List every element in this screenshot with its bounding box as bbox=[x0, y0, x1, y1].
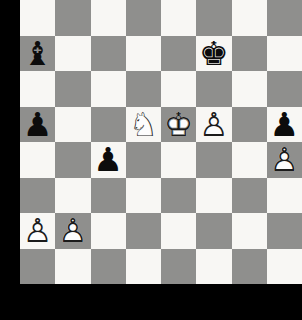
square-f4[interactable] bbox=[196, 142, 231, 178]
white-pawn-outline: ♙ bbox=[55, 213, 90, 249]
square-h5[interactable]: ♟ bbox=[267, 107, 302, 143]
square-b1[interactable] bbox=[55, 249, 90, 285]
square-h2[interactable] bbox=[267, 213, 302, 249]
square-c7[interactable] bbox=[91, 36, 126, 72]
square-e1[interactable] bbox=[161, 249, 196, 285]
square-d2[interactable] bbox=[126, 213, 161, 249]
square-g8[interactable] bbox=[232, 0, 267, 36]
black-pawn-glyph: ♟ bbox=[20, 107, 55, 143]
square-e5[interactable]: ♚♔ bbox=[161, 107, 196, 143]
square-g4[interactable] bbox=[232, 142, 267, 178]
square-d6[interactable] bbox=[126, 71, 161, 107]
square-g3[interactable] bbox=[232, 178, 267, 214]
square-h4[interactable]: ♟♙ bbox=[267, 142, 302, 178]
square-c4[interactable]: ♟ bbox=[91, 142, 126, 178]
square-e6[interactable] bbox=[161, 71, 196, 107]
square-a1[interactable] bbox=[20, 249, 55, 285]
square-e8[interactable] bbox=[161, 0, 196, 36]
square-f2[interactable] bbox=[196, 213, 231, 249]
square-f6[interactable] bbox=[196, 71, 231, 107]
white-knight: ♞♘ bbox=[126, 107, 161, 143]
square-e2[interactable] bbox=[161, 213, 196, 249]
square-f1[interactable] bbox=[196, 249, 231, 285]
white-king: ♚♔ bbox=[161, 107, 196, 143]
white-pawn-outline: ♙ bbox=[267, 142, 302, 178]
square-b7[interactable] bbox=[55, 36, 90, 72]
square-g7[interactable] bbox=[232, 36, 267, 72]
square-b8[interactable] bbox=[55, 0, 90, 36]
black-pawn: ♟ bbox=[91, 142, 126, 178]
square-h1[interactable] bbox=[267, 249, 302, 285]
square-g6[interactable] bbox=[232, 71, 267, 107]
page-background: ♝♚♟♞♘♚♔♟♙♟♟♟♙♟♙♟♙ bbox=[0, 0, 302, 320]
square-c3[interactable] bbox=[91, 178, 126, 214]
square-d4[interactable] bbox=[126, 142, 161, 178]
chess-board: ♝♚♟♞♘♚♔♟♙♟♟♟♙♟♙♟♙ bbox=[20, 0, 302, 284]
square-e7[interactable] bbox=[161, 36, 196, 72]
black-king-glyph: ♚ bbox=[196, 36, 231, 72]
square-d8[interactable] bbox=[126, 0, 161, 36]
white-knight-outline: ♘ bbox=[126, 107, 161, 143]
black-bishop-glyph: ♝ bbox=[20, 36, 55, 72]
square-a6[interactable] bbox=[20, 71, 55, 107]
square-b5[interactable] bbox=[55, 107, 90, 143]
white-pawn: ♟♙ bbox=[55, 213, 90, 249]
black-king: ♚ bbox=[196, 36, 231, 72]
square-g5[interactable] bbox=[232, 107, 267, 143]
square-d7[interactable] bbox=[126, 36, 161, 72]
square-g1[interactable] bbox=[232, 249, 267, 285]
square-h7[interactable] bbox=[267, 36, 302, 72]
square-d1[interactable] bbox=[126, 249, 161, 285]
square-e3[interactable] bbox=[161, 178, 196, 214]
square-f8[interactable] bbox=[196, 0, 231, 36]
square-h6[interactable] bbox=[267, 71, 302, 107]
black-pawn: ♟ bbox=[20, 107, 55, 143]
square-c5[interactable] bbox=[91, 107, 126, 143]
square-d5[interactable]: ♞♘ bbox=[126, 107, 161, 143]
square-d3[interactable] bbox=[126, 178, 161, 214]
black-bishop: ♝ bbox=[20, 36, 55, 72]
black-pawn: ♟ bbox=[267, 107, 302, 143]
square-a4[interactable] bbox=[20, 142, 55, 178]
square-c1[interactable] bbox=[91, 249, 126, 285]
white-pawn: ♟♙ bbox=[267, 142, 302, 178]
black-pawn-glyph: ♟ bbox=[267, 107, 302, 143]
square-c8[interactable] bbox=[91, 0, 126, 36]
white-pawn: ♟♙ bbox=[196, 107, 231, 143]
square-b6[interactable] bbox=[55, 71, 90, 107]
square-a2[interactable]: ♟♙ bbox=[20, 213, 55, 249]
square-c2[interactable] bbox=[91, 213, 126, 249]
white-king-outline: ♔ bbox=[161, 107, 196, 143]
square-a3[interactable] bbox=[20, 178, 55, 214]
square-f3[interactable] bbox=[196, 178, 231, 214]
square-b4[interactable] bbox=[55, 142, 90, 178]
square-f7[interactable]: ♚ bbox=[196, 36, 231, 72]
square-c6[interactable] bbox=[91, 71, 126, 107]
white-pawn-outline: ♙ bbox=[196, 107, 231, 143]
square-f5[interactable]: ♟♙ bbox=[196, 107, 231, 143]
square-b3[interactable] bbox=[55, 178, 90, 214]
square-a8[interactable] bbox=[20, 0, 55, 36]
black-pawn-glyph: ♟ bbox=[91, 142, 126, 178]
square-h3[interactable] bbox=[267, 178, 302, 214]
square-a5[interactable]: ♟ bbox=[20, 107, 55, 143]
square-e4[interactable] bbox=[161, 142, 196, 178]
white-pawn-outline: ♙ bbox=[20, 213, 55, 249]
white-pawn: ♟♙ bbox=[20, 213, 55, 249]
square-b2[interactable]: ♟♙ bbox=[55, 213, 90, 249]
square-a7[interactable]: ♝ bbox=[20, 36, 55, 72]
square-h8[interactable] bbox=[267, 0, 302, 36]
square-g2[interactable] bbox=[232, 213, 267, 249]
